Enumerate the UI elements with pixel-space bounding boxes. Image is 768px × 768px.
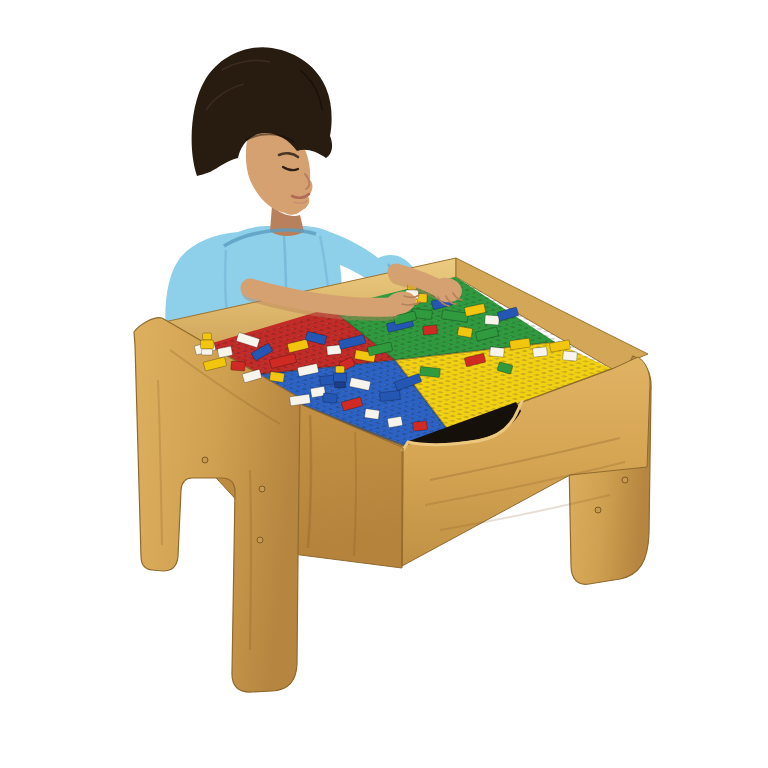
screw [202,457,208,463]
minifigure-part [202,349,213,355]
screw [595,507,601,513]
toy-brick [420,366,441,377]
front-corner-edge [402,448,403,566]
toy-brick [323,393,338,403]
toy-brick [387,416,402,427]
wood-grain [250,470,251,650]
toy-brick [457,326,472,337]
toy-brick [327,345,342,355]
toy-brick [413,421,428,431]
product-photo [0,0,768,768]
toy-brick [423,325,438,335]
minifigure-part [203,333,212,340]
screw [259,486,265,492]
minifigure-part [201,340,214,349]
minifigure-part [335,382,346,388]
screw [257,537,263,543]
minifigure-part [334,373,347,382]
toy-brick [563,351,578,361]
minifigure [201,333,214,355]
toy-brick [490,347,505,357]
minifigure [334,366,347,388]
toy-brick [269,372,284,383]
toy-brick [380,390,401,401]
minifigure-part [336,366,345,373]
toy-brick [533,347,548,357]
toy-brick [364,409,379,420]
toy-brick [485,315,500,325]
scene-illustration [0,0,768,768]
screw [622,477,628,483]
toy-brick [231,361,246,371]
